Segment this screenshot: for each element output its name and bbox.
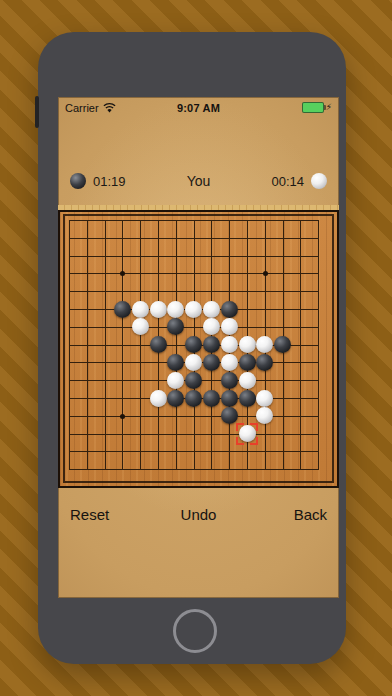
page-background: { "device": { "status_bar": { "carrier":… <box>0 0 392 696</box>
stone-black <box>185 372 202 389</box>
stone-black <box>239 354 256 371</box>
stone-white <box>150 301 167 318</box>
stone-black <box>114 301 131 318</box>
stone-white <box>256 390 273 407</box>
clock-time: 9:07 AM <box>58 102 339 114</box>
charging-bolt-icon: ⚡︎ <box>326 103 332 112</box>
stone-black <box>239 390 256 407</box>
app-screen: Carrier 9:07 AM ⚡︎ 01:19 You 00:14 <box>58 97 339 598</box>
stone-white <box>167 372 184 389</box>
game-board[interactable] <box>58 205 339 488</box>
stone-white <box>239 372 256 389</box>
battery-icon <box>302 102 324 113</box>
stone-white <box>239 336 256 353</box>
phone-frame: Carrier 9:07 AM ⚡︎ 01:19 You 00:14 <box>38 32 346 664</box>
stone-black <box>203 354 220 371</box>
side-button[interactable] <box>35 96 39 128</box>
grid-line-horizontal <box>69 434 319 435</box>
black-timer: 01:19 <box>93 174 126 189</box>
stone-white <box>221 354 238 371</box>
back-button[interactable]: Back <box>294 506 327 523</box>
timer-bar: 01:19 You 00:14 <box>58 165 339 197</box>
stone-black <box>221 372 238 389</box>
stone-white <box>150 390 167 407</box>
stone-white <box>203 301 220 318</box>
stone-white <box>167 301 184 318</box>
stone-black <box>203 390 220 407</box>
stone-white <box>221 336 238 353</box>
stone-black <box>150 336 167 353</box>
grid-line-horizontal <box>69 469 319 470</box>
last-move-marker <box>236 423 258 445</box>
stone-white <box>185 354 202 371</box>
stone-black <box>221 390 238 407</box>
stone-white <box>132 318 149 335</box>
white-timer: 00:14 <box>271 174 304 189</box>
grid-line-vertical <box>300 220 301 470</box>
stone-black <box>203 336 220 353</box>
stone-white <box>132 301 149 318</box>
stone-black <box>185 390 202 407</box>
status-bar: Carrier 9:07 AM ⚡︎ <box>58 97 339 118</box>
home-button[interactable] <box>173 609 217 653</box>
stone-white <box>221 318 238 335</box>
stone-white <box>185 301 202 318</box>
stone-black <box>167 390 184 407</box>
stone-black <box>221 301 238 318</box>
grid-line-vertical <box>318 220 319 470</box>
bottom-toolbar: Reset Undo Back <box>58 499 339 529</box>
grid-line-horizontal <box>69 451 319 452</box>
